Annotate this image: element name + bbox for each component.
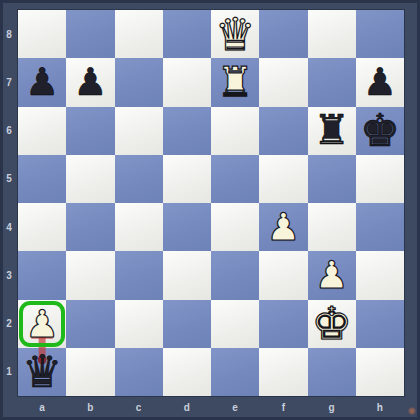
piece-white-pawn-a2[interactable]: ♟ bbox=[25, 305, 59, 343]
square-g2[interactable]: ♚ bbox=[308, 300, 356, 348]
square-a5[interactable] bbox=[18, 155, 66, 203]
square-c5[interactable] bbox=[115, 155, 163, 203]
square-f4[interactable]: ♟ bbox=[259, 203, 307, 251]
square-b7[interactable]: ♟ bbox=[66, 58, 114, 106]
square-h3[interactable] bbox=[356, 251, 404, 299]
square-h6[interactable]: ♚ bbox=[356, 107, 404, 155]
square-d1[interactable] bbox=[163, 348, 211, 396]
square-c4[interactable] bbox=[115, 203, 163, 251]
square-c8[interactable] bbox=[115, 10, 163, 58]
rank-label-2: 2 bbox=[0, 300, 18, 348]
square-c7[interactable] bbox=[115, 58, 163, 106]
square-b5[interactable] bbox=[66, 155, 114, 203]
square-f1[interactable] bbox=[259, 348, 307, 396]
square-a6[interactable] bbox=[18, 107, 66, 155]
square-h8[interactable] bbox=[356, 10, 404, 58]
square-h1[interactable] bbox=[356, 348, 404, 396]
square-f5[interactable] bbox=[259, 155, 307, 203]
square-a1[interactable]: ♛ bbox=[18, 348, 66, 396]
rank-label-8: 8 bbox=[0, 10, 18, 58]
square-d8[interactable] bbox=[163, 10, 211, 58]
square-f6[interactable] bbox=[259, 107, 307, 155]
square-a7[interactable]: ♟ bbox=[18, 58, 66, 106]
square-d5[interactable] bbox=[163, 155, 211, 203]
file-label-d: d bbox=[163, 396, 211, 418]
corner-dot bbox=[408, 407, 416, 415]
rank-label-5: 5 bbox=[0, 155, 18, 203]
board: ♛♟♟♜♟♜♚♟♟♟♚♛ bbox=[18, 10, 404, 396]
file-labels: abcdefgh bbox=[18, 396, 404, 418]
square-a2[interactable]: ♟ bbox=[18, 300, 66, 348]
square-f7[interactable] bbox=[259, 58, 307, 106]
square-b4[interactable] bbox=[66, 203, 114, 251]
square-e6[interactable] bbox=[211, 107, 259, 155]
square-a3[interactable] bbox=[18, 251, 66, 299]
square-e2[interactable] bbox=[211, 300, 259, 348]
square-e5[interactable] bbox=[211, 155, 259, 203]
piece-white-rook-e7[interactable]: ♜ bbox=[217, 62, 254, 103]
square-a8[interactable] bbox=[18, 10, 66, 58]
rank-label-3: 3 bbox=[0, 251, 18, 299]
file-label-a: a bbox=[18, 396, 66, 418]
square-f3[interactable] bbox=[259, 251, 307, 299]
square-d2[interactable] bbox=[163, 300, 211, 348]
square-g7[interactable] bbox=[308, 58, 356, 106]
square-e1[interactable] bbox=[211, 348, 259, 396]
square-d7[interactable] bbox=[163, 58, 211, 106]
square-d6[interactable] bbox=[163, 107, 211, 155]
rank-label-4: 4 bbox=[0, 203, 18, 251]
file-label-h: h bbox=[356, 396, 404, 418]
piece-white-pawn-g3[interactable]: ♟ bbox=[315, 256, 349, 294]
square-h5[interactable] bbox=[356, 155, 404, 203]
square-d3[interactable] bbox=[163, 251, 211, 299]
square-h7[interactable]: ♟ bbox=[356, 58, 404, 106]
piece-white-pawn-f4[interactable]: ♟ bbox=[266, 208, 300, 246]
square-d4[interactable] bbox=[163, 203, 211, 251]
square-e8[interactable]: ♛ bbox=[211, 10, 259, 58]
square-c2[interactable] bbox=[115, 300, 163, 348]
square-b3[interactable] bbox=[66, 251, 114, 299]
square-h2[interactable] bbox=[356, 300, 404, 348]
square-f8[interactable] bbox=[259, 10, 307, 58]
piece-white-queen-e8[interactable]: ♛ bbox=[215, 12, 255, 57]
square-b1[interactable] bbox=[66, 348, 114, 396]
rank-label-7: 7 bbox=[0, 58, 18, 106]
square-b2[interactable] bbox=[66, 300, 114, 348]
rank-label-6: 6 bbox=[0, 107, 18, 155]
square-c1[interactable] bbox=[115, 348, 163, 396]
piece-black-pawn-h7[interactable]: ♟ bbox=[363, 63, 397, 101]
square-e7[interactable]: ♜ bbox=[211, 58, 259, 106]
square-g4[interactable] bbox=[308, 203, 356, 251]
square-g5[interactable] bbox=[308, 155, 356, 203]
piece-black-rook-g6[interactable]: ♜ bbox=[313, 110, 350, 151]
square-b6[interactable] bbox=[66, 107, 114, 155]
file-label-g: g bbox=[308, 396, 356, 418]
square-g8[interactable] bbox=[308, 10, 356, 58]
piece-white-king-g2[interactable]: ♚ bbox=[311, 301, 351, 346]
file-label-f: f bbox=[259, 396, 307, 418]
file-label-b: b bbox=[66, 396, 114, 418]
rank-label-1: 1 bbox=[0, 348, 18, 396]
square-h4[interactable] bbox=[356, 203, 404, 251]
file-label-c: c bbox=[115, 396, 163, 418]
square-c6[interactable] bbox=[115, 107, 163, 155]
piece-black-pawn-b7[interactable]: ♟ bbox=[73, 63, 107, 101]
square-c3[interactable] bbox=[115, 251, 163, 299]
square-e3[interactable] bbox=[211, 251, 259, 299]
square-f2[interactable] bbox=[259, 300, 307, 348]
piece-black-queen-a1[interactable]: ♛ bbox=[22, 349, 62, 394]
piece-black-pawn-a7[interactable]: ♟ bbox=[25, 63, 59, 101]
square-b8[interactable] bbox=[66, 10, 114, 58]
square-e4[interactable] bbox=[211, 203, 259, 251]
square-g3[interactable]: ♟ bbox=[308, 251, 356, 299]
piece-black-king-h6[interactable]: ♚ bbox=[360, 108, 400, 153]
chess-board-frame: 87654321 abcdefgh ♛♟♟♜♟♜♚♟♟♟♚♛ bbox=[0, 0, 420, 420]
square-g1[interactable] bbox=[308, 348, 356, 396]
rank-labels: 87654321 bbox=[0, 10, 18, 396]
square-a4[interactable] bbox=[18, 203, 66, 251]
file-label-e: e bbox=[211, 396, 259, 418]
square-g6[interactable]: ♜ bbox=[308, 107, 356, 155]
